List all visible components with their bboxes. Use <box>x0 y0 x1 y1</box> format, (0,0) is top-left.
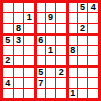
cell-r1c9[interactable]: 4 <box>88 3 98 12</box>
cell-r7c3[interactable] <box>24 66 34 77</box>
cell-r6c9[interactable] <box>88 56 98 65</box>
cell-r3c7[interactable] <box>67 24 77 33</box>
cell-r1c5[interactable] <box>46 3 56 12</box>
cell-r8c3[interactable] <box>24 78 34 87</box>
cell-r1c1[interactable] <box>3 3 13 12</box>
cell-r3c2[interactable]: 8 <box>14 24 24 33</box>
cell-r8c7[interactable] <box>67 78 77 87</box>
cell-r9c1[interactable] <box>3 89 13 98</box>
cell-r8c8[interactable] <box>78 78 88 87</box>
sudoku-board: 54198253618252471 <box>0 0 101 101</box>
cell-r7c2[interactable] <box>14 66 24 77</box>
cell-r7c4[interactable]: 5 <box>35 66 45 77</box>
cell-r5c9[interactable] <box>88 46 98 55</box>
cell-r5c8[interactable] <box>78 46 88 55</box>
cell-r7c7[interactable] <box>67 66 77 77</box>
cell-r6c3[interactable] <box>24 56 34 65</box>
cell-r7c9[interactable] <box>88 66 98 77</box>
cell-r4c7[interactable] <box>67 34 77 45</box>
cell-r3c9[interactable] <box>88 24 98 33</box>
cell-r8c6[interactable] <box>56 78 66 87</box>
cell-r4c1[interactable]: 5 <box>3 34 13 45</box>
cell-r5c6[interactable] <box>56 46 66 55</box>
cell-r7c6[interactable]: 2 <box>56 66 66 77</box>
cell-r3c1[interactable] <box>3 24 13 33</box>
cell-r3c8[interactable]: 2 <box>78 24 88 33</box>
cell-r7c5[interactable] <box>46 66 56 77</box>
cell-r5c3[interactable] <box>24 46 34 55</box>
cell-r8c1[interactable]: 4 <box>3 78 13 87</box>
cell-r2c5[interactable]: 9 <box>46 13 56 22</box>
cell-r3c6[interactable] <box>56 24 66 33</box>
cell-r9c9[interactable] <box>88 89 98 98</box>
cell-r4c6[interactable] <box>56 34 66 45</box>
cell-r8c5[interactable] <box>46 78 56 87</box>
cell-r5c2[interactable] <box>14 46 24 55</box>
cell-r1c3[interactable] <box>24 3 34 12</box>
cell-r1c4[interactable] <box>35 3 45 12</box>
cell-r6c4[interactable] <box>35 56 45 65</box>
cell-r5c1[interactable] <box>3 46 13 55</box>
cell-r1c8[interactable]: 5 <box>78 3 88 12</box>
cell-r2c7[interactable] <box>67 13 77 22</box>
cell-r4c5[interactable] <box>46 34 56 45</box>
cell-r5c5[interactable]: 1 <box>46 46 56 55</box>
cell-r9c7[interactable]: 1 <box>67 89 77 98</box>
cell-r2c6[interactable] <box>56 13 66 22</box>
cell-r2c1[interactable] <box>3 13 13 22</box>
cell-r5c4[interactable] <box>35 46 45 55</box>
cell-r4c4[interactable]: 6 <box>35 34 45 45</box>
cell-r7c1[interactable] <box>3 66 13 77</box>
cell-r7c8[interactable] <box>78 66 88 77</box>
cell-r5c7[interactable]: 8 <box>67 46 77 55</box>
cell-r3c4[interactable] <box>35 24 45 33</box>
cell-r8c9[interactable] <box>88 78 98 87</box>
cell-r9c8[interactable] <box>78 89 88 98</box>
cell-r9c6[interactable] <box>56 89 66 98</box>
cell-r4c2[interactable]: 3 <box>14 34 24 45</box>
cell-r4c9[interactable] <box>88 34 98 45</box>
cell-r9c3[interactable] <box>24 89 34 98</box>
cell-r6c8[interactable] <box>78 56 88 65</box>
cell-r2c9[interactable] <box>88 13 98 22</box>
cell-r1c7[interactable] <box>67 3 77 12</box>
cell-r2c2[interactable] <box>14 13 24 22</box>
cell-r6c1[interactable]: 2 <box>3 56 13 65</box>
cell-r1c6[interactable] <box>56 3 66 12</box>
cell-r9c2[interactable] <box>14 89 24 98</box>
cell-r6c7[interactable] <box>67 56 77 65</box>
cell-r2c3[interactable]: 1 <box>24 13 34 22</box>
cell-r8c4[interactable]: 7 <box>35 78 45 87</box>
cell-r2c8[interactable] <box>78 13 88 22</box>
cell-r8c2[interactable] <box>14 78 24 87</box>
cell-r9c5[interactable] <box>46 89 56 98</box>
cell-r3c5[interactable] <box>46 24 56 33</box>
cell-r2c4[interactable] <box>35 13 45 22</box>
cell-r6c5[interactable] <box>46 56 56 65</box>
cell-r6c6[interactable] <box>56 56 66 65</box>
cell-r9c4[interactable] <box>35 89 45 98</box>
cell-r6c2[interactable] <box>14 56 24 65</box>
cell-r4c3[interactable] <box>24 34 34 45</box>
cell-r3c3[interactable] <box>24 24 34 33</box>
cell-r4c8[interactable] <box>78 34 88 45</box>
cell-r1c2[interactable] <box>14 3 24 12</box>
